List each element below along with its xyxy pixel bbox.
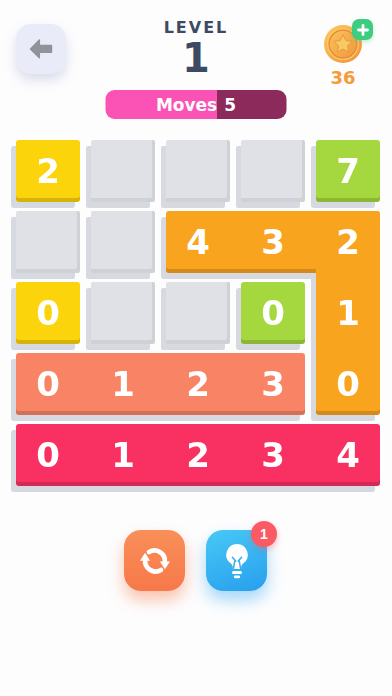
piece-number: 2 — [186, 367, 210, 401]
empty-cell — [241, 140, 305, 202]
lightbulb-icon — [220, 541, 254, 581]
empty-cell — [91, 282, 155, 344]
add-coins-button[interactable] — [352, 19, 373, 40]
piece-number: 3 — [261, 438, 285, 472]
piece-number: 0 — [36, 296, 60, 330]
piece-number: 2 — [36, 154, 60, 188]
empty-cell — [166, 140, 230, 202]
piece-number: 2 — [186, 438, 210, 472]
arrow-left-icon — [27, 35, 55, 63]
piece-number: 3 — [261, 367, 285, 401]
piece-number: 0 — [36, 438, 60, 472]
piece-number: 1 — [111, 367, 135, 401]
hint-button[interactable]: 1 — [206, 530, 267, 591]
piece-number: 1 — [336, 296, 360, 330]
piece-number: 4 — [336, 438, 360, 472]
coin-counter: 36 — [320, 24, 366, 88]
empty-cell — [91, 211, 155, 273]
piece-yellow-0[interactable]: 0 — [16, 282, 80, 344]
piece-number: 0 — [36, 367, 60, 401]
piece-number: 1 — [111, 438, 135, 472]
piece-number: 3 — [261, 225, 285, 259]
plus-icon — [357, 24, 369, 36]
back-button[interactable] — [16, 24, 66, 74]
app-screen: LEVEL 1 36 Moves — [0, 0, 392, 696]
coin-count: 36 — [320, 67, 366, 88]
piece-green-7[interactable]: 7 — [316, 140, 380, 202]
moves-value: 5 — [224, 95, 236, 115]
piece-pink-bar[interactable]: 01234 — [16, 424, 380, 486]
empty-cell — [91, 140, 155, 202]
piece-salmon-bar[interactable]: 0123 — [16, 353, 305, 415]
piece-number: 7 — [336, 154, 360, 188]
piece-number: 0 — [336, 367, 360, 401]
piece-number: 4 — [186, 225, 210, 259]
refresh-icon — [137, 543, 173, 579]
moves-bar: Moves 5 — [106, 90, 287, 119]
moves-label: Moves — [156, 95, 217, 115]
coin-icon — [323, 24, 363, 64]
empty-cell — [16, 211, 80, 273]
puzzle-board: 270043210012301234 — [16, 140, 380, 486]
piece-number: 2 — [336, 225, 360, 259]
piece-yellow-2[interactable]: 2 — [16, 140, 80, 202]
restart-button[interactable] — [124, 530, 185, 591]
hint-count-badge: 1 — [251, 521, 277, 547]
